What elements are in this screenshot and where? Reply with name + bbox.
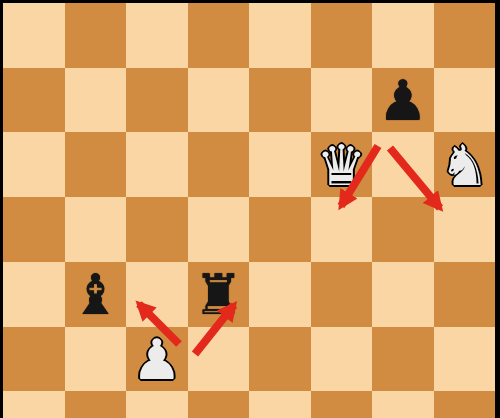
square-r3c7[interactable] [372, 132, 434, 197]
square-r6c5[interactable] [249, 327, 311, 392]
square-r6c8[interactable] [434, 327, 496, 392]
square-r3c5[interactable] [249, 132, 311, 197]
square-r3c4[interactable] [188, 132, 250, 197]
white-knight[interactable]: ♞ [439, 138, 489, 194]
square-r1c8[interactable] [434, 3, 496, 68]
square-r2c8[interactable] [434, 68, 496, 133]
square-r3c2[interactable] [65, 132, 127, 197]
square-r5c5[interactable] [249, 262, 311, 327]
square-r5c3[interactable] [126, 262, 188, 327]
square-r2c7[interactable]: ♟ [372, 68, 434, 133]
square-r4c2[interactable] [65, 197, 127, 262]
square-r4c7[interactable] [372, 197, 434, 262]
chess-board: ♟♛♞♝♜♟ [3, 3, 495, 418]
square-r4c5[interactable] [249, 197, 311, 262]
square-r2c4[interactable] [188, 68, 250, 133]
square-r4c8[interactable] [434, 197, 496, 262]
square-r2c5[interactable] [249, 68, 311, 133]
square-r4c6[interactable] [311, 197, 373, 262]
square-r6c4[interactable] [188, 327, 250, 392]
square-r6c1[interactable] [3, 327, 65, 392]
square-r6c7[interactable] [372, 327, 434, 392]
square-r3c6[interactable]: ♛ [311, 132, 373, 197]
white-pawn[interactable]: ♟ [132, 332, 182, 388]
white-queen[interactable]: ♛ [316, 138, 366, 194]
black-rook[interactable]: ♜ [193, 267, 243, 323]
square-r2c3[interactable] [126, 68, 188, 133]
square-r7c5[interactable] [249, 391, 311, 418]
square-r2c1[interactable] [3, 68, 65, 133]
square-r3c3[interactable] [126, 132, 188, 197]
square-r2c2[interactable] [65, 68, 127, 133]
square-r5c8[interactable] [434, 262, 496, 327]
black-bishop[interactable]: ♝ [70, 267, 120, 323]
square-r6c6[interactable] [311, 327, 373, 392]
square-r3c8[interactable]: ♞ [434, 132, 496, 197]
square-r6c2[interactable] [65, 327, 127, 392]
square-r7c8[interactable] [434, 391, 496, 418]
square-r7c4[interactable] [188, 391, 250, 418]
square-r7c7[interactable] [372, 391, 434, 418]
square-r1c2[interactable] [65, 3, 127, 68]
square-r1c5[interactable] [249, 3, 311, 68]
square-r5c2[interactable]: ♝ [65, 262, 127, 327]
square-r5c1[interactable] [3, 262, 65, 327]
square-r4c4[interactable] [188, 197, 250, 262]
square-r1c4[interactable] [188, 3, 250, 68]
square-r7c6[interactable] [311, 391, 373, 418]
square-r7c2[interactable] [65, 391, 127, 418]
square-r2c6[interactable] [311, 68, 373, 133]
square-r1c1[interactable] [3, 3, 65, 68]
square-r4c1[interactable] [3, 197, 65, 262]
square-r3c1[interactable] [3, 132, 65, 197]
square-r7c3[interactable] [126, 391, 188, 418]
square-r5c7[interactable] [372, 262, 434, 327]
black-pawn[interactable]: ♟ [378, 73, 428, 129]
board-frame: ♟♛♞♝♜♟ [0, 0, 500, 418]
square-r1c7[interactable] [372, 3, 434, 68]
square-r4c3[interactable] [126, 197, 188, 262]
square-r1c6[interactable] [311, 3, 373, 68]
square-r1c3[interactable] [126, 3, 188, 68]
square-r5c4[interactable]: ♜ [188, 262, 250, 327]
square-r7c1[interactable] [3, 391, 65, 418]
square-r5c6[interactable] [311, 262, 373, 327]
square-r6c3[interactable]: ♟ [126, 327, 188, 392]
